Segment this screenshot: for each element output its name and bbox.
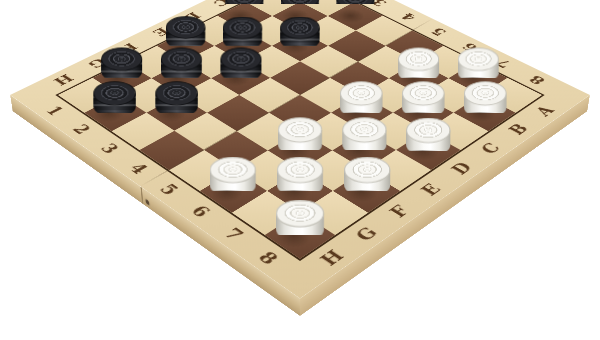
coordinate-glyph-5: 5 <box>427 26 450 38</box>
hinge-pin <box>146 199 150 206</box>
coordinate-glyph-4: 4 <box>125 160 153 177</box>
coordinate-glyph-G: G <box>350 224 381 245</box>
coordinate-glyph-H: H <box>315 247 348 270</box>
coordinate-glyph-6: 6 <box>187 202 216 220</box>
coordinate-glyph-8: 8 <box>254 248 284 268</box>
coordinate-glyph-1: 1 <box>42 103 68 118</box>
coordinate-glyph-B: B <box>504 121 533 138</box>
fold-seam-edge <box>140 187 143 205</box>
coordinate-glyph-A: A <box>531 103 558 118</box>
coordinate-glyph-E: E <box>416 180 445 198</box>
coordinate-glyph-C: C <box>476 140 504 157</box>
photo-canvas: 12345678 12345678 ABCDEFGH ABCDEFGH <box>0 0 600 340</box>
coordinate-glyph-2: 2 <box>69 121 96 136</box>
square-h2[interactable] <box>84 95 146 131</box>
coordinate-glyph-4: 4 <box>397 11 419 23</box>
coordinate-glyph-F: F <box>385 202 414 220</box>
coordinate-glyph-3: 3 <box>96 140 123 156</box>
coordinate-glyph-7: 7 <box>220 224 249 243</box>
coordinate-glyph-5: 5 <box>155 181 183 198</box>
checkers-board: 12345678 12345678 ABCDEFGH ABCDEFGH <box>10 0 590 298</box>
coordinate-glyph-D: D <box>446 159 476 177</box>
coordinate-glyph-8: 8 <box>525 73 549 87</box>
